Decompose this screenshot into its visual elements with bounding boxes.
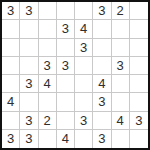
- cell-r2c3[interactable]: [39, 20, 57, 38]
- clue-number: 3: [25, 77, 32, 90]
- cell-r5c4[interactable]: [57, 75, 75, 93]
- cell-r5c1[interactable]: [2, 75, 20, 93]
- cell-r7c3[interactable]: 2: [39, 112, 57, 130]
- cell-r6c4[interactable]: [57, 93, 75, 111]
- cell-r8c4[interactable]: 4: [57, 130, 75, 148]
- cell-r6c5[interactable]: [75, 93, 93, 111]
- clue-number: 3: [7, 132, 14, 145]
- cell-r7c2[interactable]: 3: [20, 112, 38, 130]
- cell-r6c2[interactable]: [20, 93, 38, 111]
- cell-r1c3[interactable]: [39, 2, 57, 20]
- cell-r7c6[interactable]: [93, 112, 111, 130]
- cell-r4c1[interactable]: [2, 57, 20, 75]
- cell-r8c6[interactable]: 3: [93, 130, 111, 148]
- clue-number: 3: [80, 41, 87, 54]
- cell-r1c7[interactable]: 2: [112, 2, 130, 20]
- clue-number: 3: [135, 114, 142, 127]
- cell-r2c2[interactable]: [20, 20, 38, 38]
- cell-r4c8[interactable]: [130, 57, 148, 75]
- cell-r8c5[interactable]: [75, 130, 93, 148]
- cell-r6c7[interactable]: [112, 93, 130, 111]
- cell-r6c3[interactable]: [39, 93, 57, 111]
- cell-r5c2[interactable]: 3: [20, 75, 38, 93]
- clue-number: 3: [62, 59, 69, 72]
- clue-number: 3: [62, 22, 69, 35]
- cell-r7c4[interactable]: [57, 112, 75, 130]
- cell-r7c8[interactable]: 3: [130, 112, 148, 130]
- cell-r8c8[interactable]: [130, 130, 148, 148]
- clue-number: 3: [25, 132, 32, 145]
- cell-r3c4[interactable]: [57, 39, 75, 57]
- clue-number: 3: [25, 4, 32, 17]
- cell-r5c8[interactable]: [130, 75, 148, 93]
- clue-number: 4: [98, 77, 105, 90]
- cell-r5c7[interactable]: [112, 75, 130, 93]
- cell-r1c8[interactable]: [130, 2, 148, 20]
- cell-r5c3[interactable]: 4: [39, 75, 57, 93]
- cell-r6c8[interactable]: [130, 93, 148, 111]
- cell-r8c7[interactable]: [112, 130, 130, 148]
- cell-r3c8[interactable]: [130, 39, 148, 57]
- cell-r1c5[interactable]: [75, 2, 93, 20]
- cell-r8c3[interactable]: [39, 130, 57, 148]
- clue-number: 3: [117, 59, 124, 72]
- cell-r3c7[interactable]: [112, 39, 130, 57]
- cell-r6c1[interactable]: 4: [2, 93, 20, 111]
- clue-number: 4: [44, 77, 51, 90]
- clue-number: 3: [98, 132, 105, 145]
- cell-r2c5[interactable]: 4: [75, 20, 93, 38]
- cell-r4c5[interactable]: [75, 57, 93, 75]
- cell-r4c3[interactable]: 3: [39, 57, 57, 75]
- cell-r3c1[interactable]: [2, 39, 20, 57]
- cell-r1c6[interactable]: 3: [93, 2, 111, 20]
- clue-number: 4: [62, 132, 69, 145]
- cell-r4c7[interactable]: 3: [112, 57, 130, 75]
- cell-r8c2[interactable]: 3: [20, 130, 38, 148]
- clue-number: 4: [80, 22, 87, 35]
- cell-r4c2[interactable]: [20, 57, 38, 75]
- clue-number: 3: [7, 4, 14, 17]
- clue-number: 3: [25, 114, 32, 127]
- cell-r2c8[interactable]: [130, 20, 148, 38]
- cell-r2c1[interactable]: [2, 20, 20, 38]
- cell-r1c4[interactable]: [57, 2, 75, 20]
- clue-number: 4: [7, 95, 14, 108]
- cell-r3c5[interactable]: 3: [75, 39, 93, 57]
- cell-r1c2[interactable]: 3: [20, 2, 38, 20]
- clue-number: 3: [98, 95, 105, 108]
- cell-r4c6[interactable]: [93, 57, 111, 75]
- cell-r3c6[interactable]: [93, 39, 111, 57]
- cell-r1c1[interactable]: 3: [2, 2, 20, 20]
- clue-number: 3: [98, 4, 105, 17]
- clue-number: 2: [44, 114, 51, 127]
- cell-r2c6[interactable]: [93, 20, 111, 38]
- cell-r5c5[interactable]: [75, 75, 93, 93]
- cell-r2c4[interactable]: 3: [57, 20, 75, 38]
- cell-r7c1[interactable]: [2, 112, 20, 130]
- cell-r7c5[interactable]: 3: [75, 112, 93, 130]
- clue-number: 3: [80, 114, 87, 127]
- clue-number: 2: [117, 4, 124, 17]
- cell-r4c4[interactable]: 3: [57, 57, 75, 75]
- clue-number: 3: [44, 59, 51, 72]
- puzzle-board: 333234333334443323433343: [0, 0, 150, 150]
- cell-r7c7[interactable]: 4: [112, 112, 130, 130]
- cell-r5c6[interactable]: 4: [93, 75, 111, 93]
- cell-r8c1[interactable]: 3: [2, 130, 20, 148]
- cell-r6c6[interactable]: 3: [93, 93, 111, 111]
- cell-r3c2[interactable]: [20, 39, 38, 57]
- cell-r2c7[interactable]: [112, 20, 130, 38]
- cell-r3c3[interactable]: [39, 39, 57, 57]
- clue-number: 4: [117, 114, 124, 127]
